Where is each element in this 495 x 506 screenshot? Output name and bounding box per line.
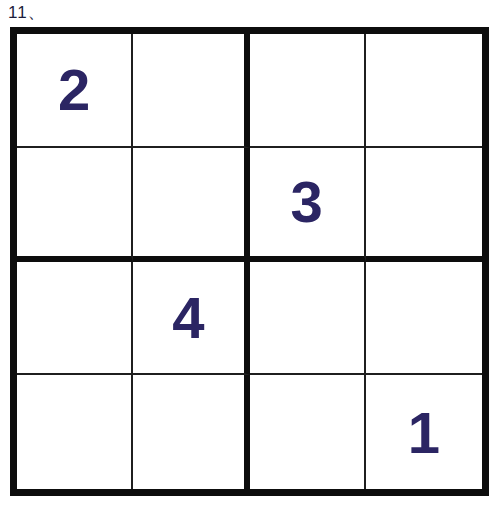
- cell-r1c4[interactable]: [366, 34, 482, 148]
- cell-r3c1[interactable]: [17, 262, 133, 376]
- cell-r3c4[interactable]: [366, 262, 482, 376]
- cell-r1c2[interactable]: [133, 34, 249, 148]
- cell-r1c1[interactable]: 2: [17, 34, 133, 148]
- cell-r2c2[interactable]: [133, 148, 249, 262]
- cell-r4c1[interactable]: [17, 375, 133, 489]
- cell-r3c2[interactable]: 4: [133, 262, 249, 376]
- cell-r2c1[interactable]: [17, 148, 133, 262]
- cell-r1c3[interactable]: [250, 34, 366, 148]
- cell-r4c2[interactable]: [133, 375, 249, 489]
- cell-r2c4[interactable]: [366, 148, 482, 262]
- cell-r3c3[interactable]: [250, 262, 366, 376]
- puzzle-number-label: 11、: [8, 1, 46, 24]
- cell-r2c3[interactable]: 3: [250, 148, 366, 262]
- cell-r4c4[interactable]: 1: [366, 375, 482, 489]
- sudoku-board: 2 3 4 1: [10, 27, 489, 496]
- cell-r4c3[interactable]: [250, 375, 366, 489]
